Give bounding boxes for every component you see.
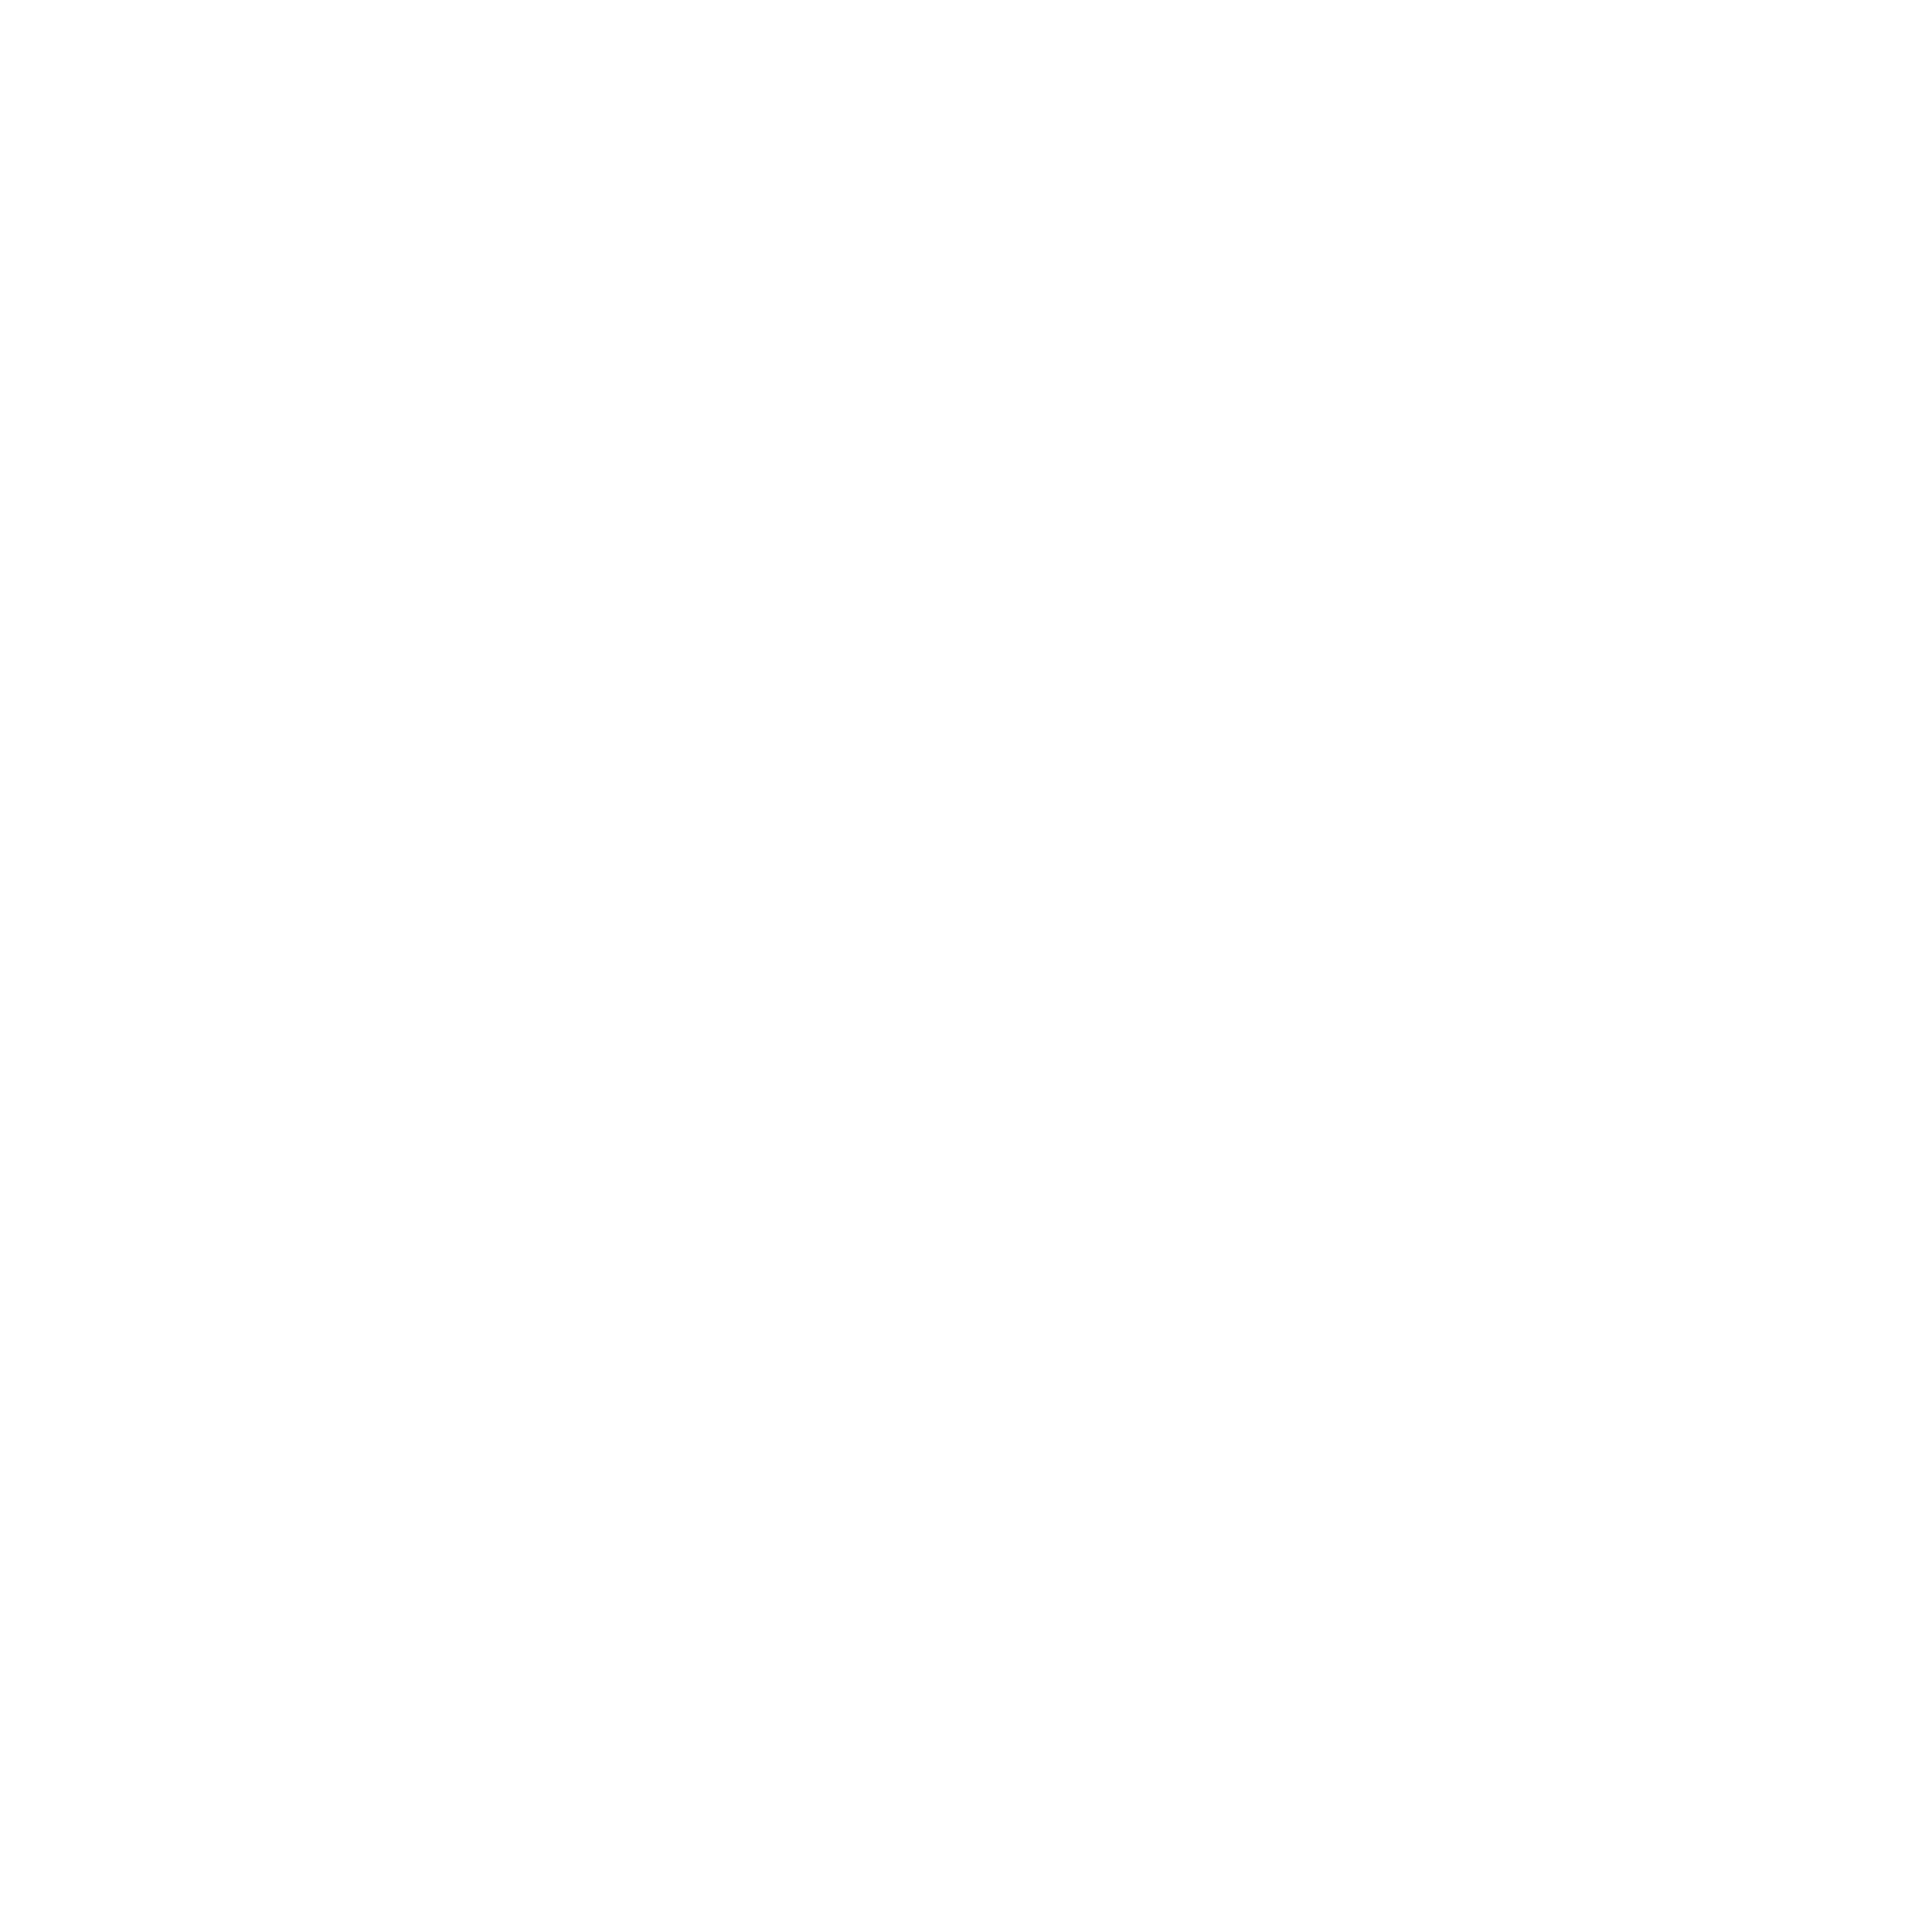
red-inlay-strip	[0, 755, 1932, 816]
product-photo-scene	[0, 0, 1932, 1932]
studio-background	[0, 0, 1932, 1932]
mosaic-inlay-band	[0, 654, 1932, 755]
mosaic-tile-row	[0, 679, 1932, 755]
mosaic-stripe-border	[0, 654, 1932, 679]
